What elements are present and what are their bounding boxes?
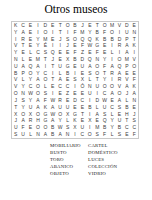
grid-cell[interactable]: B [94,29,101,36]
grid-cell[interactable]: F [131,131,138,138]
grid-cell[interactable]: R [56,97,63,104]
puzzle-title: Otros museos [0,3,152,15]
grid-cell[interactable]: S [94,131,101,138]
grid-cell[interactable]: J [12,97,19,104]
grid-cell[interactable]: C [79,131,86,138]
grid-cell[interactable]: W [101,97,108,104]
word-list-item: BUSTO [50,149,81,156]
grid-cell[interactable]: T [49,63,56,70]
word-search-page: Otros museos KCEIDETOBJETOMVDEYAEIOITIFM… [0,0,152,200]
grid-cell[interactable]: T [94,22,101,29]
grid-cell[interactable]: L [108,131,115,138]
grid-cell[interactable]: O [94,63,101,70]
grid-cell[interactable]: L [19,56,26,63]
grid-cell[interactable]: A [86,63,93,70]
word-list-item: COLECCIÓN [88,163,118,170]
grid-cell[interactable]: E [71,104,78,111]
grid-cell[interactable]: B [123,104,130,111]
grid-cell[interactable]: S [12,131,19,138]
grid-cell[interactable]: C [79,97,86,104]
grid-cell[interactable]: I [86,97,93,104]
word-list-item: ABANICO [50,163,81,170]
grid-cell[interactable]: F [101,63,108,70]
word-list-item: DOMÉSTICO [88,149,118,156]
grid-cell[interactable]: C [108,104,115,111]
grid-cell[interactable]: A [19,29,26,36]
grid-cell[interactable]: Y [86,29,93,36]
grid-cell[interactable]: U [123,29,130,36]
grid-cell[interactable]: E [27,22,34,29]
grid-cell[interactable]: U [19,131,26,138]
grid-cell[interactable]: D [42,22,49,29]
grid-cell[interactable]: D [79,56,86,63]
grid-cell[interactable]: C [19,22,26,29]
grid-cell[interactable]: A [42,131,49,138]
grid-cell[interactable]: I [71,131,78,138]
grid-cell[interactable]: W [49,97,56,104]
grid-cell[interactable]: M [79,29,86,36]
grid-cell[interactable]: K [42,104,49,111]
grid-cell[interactable]: M [108,22,115,29]
word-search-grid: KCEIDETOBJETOMVDEYAEIOITIFMYBFOIUNIREYME… [11,21,139,139]
grid-cell[interactable]: N [131,97,138,104]
grid-cell[interactable]: P [123,63,130,70]
grid-cell[interactable]: D [94,97,101,104]
grid-cell[interactable]: T [56,29,63,36]
grid-cell[interactable]: Q [116,63,123,70]
grid-cell[interactable]: Y [27,97,34,104]
grid-cell[interactable]: E [131,22,138,29]
grid-cell[interactable]: N [34,131,41,138]
grid-cell[interactable]: A [56,131,63,138]
grid-cell[interactable]: E [79,104,86,111]
grid-cell[interactable]: F [71,29,78,36]
grid-cell[interactable]: A [108,63,115,70]
grid-cell[interactable]: A [34,63,41,70]
grid-cell[interactable]: S [116,104,123,111]
grid-cell[interactable]: E [131,104,138,111]
grid-cell[interactable]: M [34,56,41,63]
grid-cell[interactable]: F [42,97,49,104]
grid-cell[interactable]: S [116,131,123,138]
grid-cell[interactable]: L [94,104,101,111]
grid-cell[interactable]: E [27,56,34,63]
grid-cell[interactable]: O [116,56,123,63]
grid-cell[interactable]: K [12,22,19,29]
word-list-right-column: CARTELDOMÉSTICOLUCESCOLECCIÓNVIDRIO [88,142,118,177]
word-list-item: MOBILIARIO [50,142,81,149]
grid-cell[interactable]: B [86,104,93,111]
grid-cell[interactable]: E [123,131,130,138]
grid-cell[interactable]: T [56,22,63,29]
grid-cell[interactable]: I [116,29,123,36]
word-list-item: OBJETO [50,170,81,177]
grid-cell[interactable]: J [49,56,56,63]
grid-cell[interactable]: I [49,29,56,36]
grid-cell[interactable]: A [49,104,56,111]
grid-cell[interactable]: E [86,22,93,29]
grid-cell[interactable]: Y [19,104,26,111]
grid-cell[interactable]: D [123,22,130,29]
grid-cell[interactable]: A [34,97,41,104]
grid-cell[interactable]: U [79,63,86,70]
grid-cell[interactable]: V [116,22,123,29]
grid-cell[interactable]: N [12,56,19,63]
grid-cell[interactable]: Y [101,56,108,63]
grid-cell[interactable]: E [27,29,34,36]
grid-cell[interactable]: T [42,56,49,63]
word-list-item: VIDRIO [88,170,118,177]
word-list-item: TORO [50,156,81,163]
grid-cell[interactable]: U [56,104,63,111]
grid-cell[interactable]: U [12,63,19,70]
grid-cell[interactable]: Q [86,56,93,63]
grid-cell[interactable]: I [34,29,41,36]
grid-cell[interactable]: L [123,97,130,104]
grid-cell[interactable]: I [42,63,49,70]
grid-cell[interactable]: U [27,104,34,111]
grid-cell[interactable]: U [64,104,71,111]
grid-cell[interactable]: S [19,97,26,104]
grid-cell[interactable]: Q [27,63,34,70]
word-list-item: CARTEL [88,142,118,149]
grid-cell[interactable]: B [71,56,78,63]
grid-cell[interactable]: N [64,131,71,138]
grid-cell[interactable]: T [12,104,19,111]
grid-cell[interactable]: F [101,29,108,36]
word-list-item: LUCES [88,156,118,163]
grid-cell[interactable]: L [27,131,34,138]
grid-cell[interactable]: E [108,97,115,104]
grid-cell[interactable]: I [64,29,71,36]
grid-cell[interactable]: X [64,56,71,63]
grid-cell[interactable]: F [101,131,108,138]
grid-cell[interactable]: A [34,104,41,111]
grid-cell[interactable]: E [64,97,71,104]
grid-cell[interactable]: B [49,131,56,138]
grid-cell[interactable]: O [131,63,138,70]
grid-cell[interactable]: O [64,22,71,29]
grid-cell[interactable]: B [71,22,78,29]
grid-cell[interactable]: V [131,56,138,63]
grid-cell[interactable]: I [34,22,41,29]
grid-cell[interactable]: E [71,63,78,70]
grid-cell[interactable]: U [101,104,108,111]
grid-cell[interactable]: M [123,56,130,63]
grid-cell[interactable]: I [108,56,115,63]
grid-cell[interactable]: O [42,29,49,36]
grid-cell[interactable]: U [56,63,63,70]
grid-cell[interactable]: G [64,63,71,70]
grid-cell[interactable]: N [94,56,101,63]
word-list-left-column: MOBILIARIOBUSTOTOROABANICOOBJETO [50,142,81,177]
grid-cell[interactable]: E [56,56,63,63]
grid-cell[interactable]: J [79,22,86,29]
grid-cell[interactable]: E [49,22,56,29]
grid-cell[interactable]: N [131,29,138,36]
grid-cell[interactable]: O [86,131,93,138]
grid-cell[interactable]: A [19,63,26,70]
grid-cell[interactable]: O [101,22,108,29]
grid-cell[interactable]: Y [12,29,19,36]
grid-cell[interactable]: A [116,97,123,104]
grid-cell[interactable]: O [108,29,115,36]
grid-cell[interactable]: D [71,97,78,104]
